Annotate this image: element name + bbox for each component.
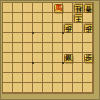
- board-square-1h[interactable]: [83, 73, 93, 83]
- board-square-3g[interactable]: [63, 63, 73, 73]
- board-square-3i[interactable]: [63, 83, 73, 93]
- board-square-6c[interactable]: [33, 23, 43, 33]
- board-square-8h[interactable]: [13, 73, 23, 83]
- piece-kanji: 馬: [55, 5, 62, 12]
- board-square-2d[interactable]: [73, 33, 83, 43]
- board-square-9d[interactable]: [3, 33, 13, 43]
- piece-pawn-1f[interactable]: 歩: [84, 54, 93, 63]
- board-square-8d[interactable]: [13, 33, 23, 43]
- piece-pawn-3c[interactable]: 歩: [64, 24, 73, 33]
- board-square-2g[interactable]: [73, 63, 83, 73]
- board-square-2e[interactable]: [73, 43, 83, 53]
- board-square-4b[interactable]: [53, 13, 63, 23]
- board-square-9a[interactable]: [3, 3, 13, 13]
- board-square-6f[interactable]: [33, 53, 43, 63]
- board-square-6h[interactable]: [33, 73, 43, 83]
- board-square-2h[interactable]: [73, 73, 83, 83]
- piece-kanji: 歩: [85, 55, 92, 62]
- board-square-5i[interactable]: [43, 83, 53, 93]
- board-square-1g[interactable]: [83, 63, 93, 73]
- board-square-5b[interactable]: [43, 13, 53, 23]
- board-square-6d[interactable]: [33, 33, 43, 43]
- board-square-8c[interactable]: [13, 23, 23, 33]
- board-square-5h[interactable]: [43, 73, 53, 83]
- board-square-5e[interactable]: [43, 43, 53, 53]
- piece-promoted-bishop-4a[interactable]: 馬: [54, 4, 63, 13]
- board-square-9g[interactable]: [3, 63, 13, 73]
- board-square-9i[interactable]: [3, 83, 13, 93]
- piece-pawn-1c[interactable]: 歩: [84, 24, 93, 33]
- board-frame: 馬桂香王歩歩銀歩: [0, 0, 100, 100]
- board-square-1b[interactable]: [83, 13, 93, 23]
- board-square-5f[interactable]: [43, 53, 53, 63]
- board-square-9f[interactable]: [3, 53, 13, 63]
- board-square-4d[interactable]: [53, 33, 63, 43]
- board-square-1d[interactable]: [83, 33, 93, 43]
- board-square-8i[interactable]: [13, 83, 23, 93]
- piece-lance-1a[interactable]: 香: [84, 4, 93, 13]
- piece-kanji: 歩: [65, 25, 72, 32]
- board-square-9e[interactable]: [3, 43, 13, 53]
- board-square-8a[interactable]: [13, 3, 23, 13]
- star-point: [32, 62, 34, 64]
- board-square-3a[interactable]: [63, 3, 73, 13]
- board-square-1e[interactable]: [83, 43, 93, 53]
- board-square-8b[interactable]: [13, 13, 23, 23]
- board-square-7g[interactable]: [23, 63, 33, 73]
- board-square-3h[interactable]: [63, 73, 73, 83]
- board-square-2f[interactable]: [73, 53, 83, 63]
- board-square-7i[interactable]: [23, 83, 33, 93]
- board-square-6g[interactable]: [33, 63, 43, 73]
- board-square-7h[interactable]: [23, 73, 33, 83]
- board-square-7d[interactable]: [23, 33, 33, 43]
- board-square-6i[interactable]: [33, 83, 43, 93]
- board-square-4e[interactable]: [53, 43, 63, 53]
- board-square-1i[interactable]: [83, 83, 93, 93]
- board-square-8e[interactable]: [13, 43, 23, 53]
- board-square-5g[interactable]: [43, 63, 53, 73]
- board-square-6e[interactable]: [33, 43, 43, 53]
- board-square-2i[interactable]: [73, 83, 83, 93]
- piece-king-2b[interactable]: 王: [74, 14, 83, 23]
- board-square-8g[interactable]: [13, 63, 23, 73]
- board-square-9b[interactable]: [3, 13, 13, 23]
- board-square-9h[interactable]: [3, 73, 13, 83]
- piece-kanji: 王: [75, 15, 82, 22]
- board-square-6a[interactable]: [33, 3, 43, 13]
- board-square-3e[interactable]: [63, 43, 73, 53]
- board-square-7b[interactable]: [23, 13, 33, 23]
- board-square-3b[interactable]: [63, 13, 73, 23]
- board-square-7a[interactable]: [23, 3, 33, 13]
- board-square-5d[interactable]: [43, 33, 53, 43]
- piece-kanji: 桂: [75, 5, 82, 12]
- board-square-6b[interactable]: [33, 13, 43, 23]
- shogi-board: 馬桂香王歩歩銀歩: [2, 2, 94, 94]
- board-square-4h[interactable]: [53, 73, 63, 83]
- star-point: [32, 32, 34, 34]
- board-square-5c[interactable]: [43, 23, 53, 33]
- board-square-5a[interactable]: [43, 3, 53, 13]
- board-square-4g[interactable]: [53, 63, 63, 73]
- board-square-4i[interactable]: [53, 83, 63, 93]
- board-square-2c[interactable]: [73, 23, 83, 33]
- piece-silver-3f[interactable]: 銀: [64, 54, 73, 63]
- piece-kanji: 銀: [65, 55, 72, 62]
- board-square-3d[interactable]: [63, 33, 73, 43]
- piece-kanji: 歩: [85, 25, 92, 32]
- piece-kanji: 香: [85, 5, 92, 12]
- board-square-9c[interactable]: [3, 23, 13, 33]
- piece-knight-2a[interactable]: 桂: [74, 4, 83, 13]
- board-square-7e[interactable]: [23, 43, 33, 53]
- board-square-8f[interactable]: [13, 53, 23, 63]
